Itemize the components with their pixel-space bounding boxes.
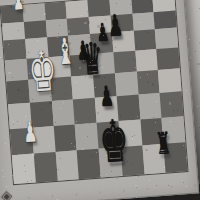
square-b5 [26, 57, 49, 80]
square-d4 [71, 75, 94, 100]
square-g1 [142, 144, 166, 174]
square-f1 [120, 146, 144, 176]
square-c6 [47, 36, 70, 57]
square-g7 [132, 12, 155, 32]
square-e3 [95, 96, 119, 122]
square-h1 [164, 143, 188, 173]
square-h7 [154, 10, 177, 30]
square-b4 [28, 78, 51, 103]
square-f3 [116, 95, 140, 121]
square-f5 [113, 50, 136, 73]
square-a2 [10, 127, 34, 155]
board-grid [1, 0, 188, 184]
square-b8 [22, 3, 45, 21]
square-d6 [68, 34, 91, 55]
square-e1 [99, 148, 123, 178]
square-e5 [91, 52, 114, 75]
square-g5 [135, 49, 158, 72]
square-g4 [136, 70, 159, 95]
square-h5 [157, 47, 180, 70]
square-b3 [30, 101, 54, 127]
square-e7 [89, 15, 112, 35]
square-a8 [1, 5, 24, 23]
square-d2 [75, 123, 99, 151]
square-a7 [2, 21, 25, 41]
square-d3 [73, 98, 97, 124]
square-c1 [55, 151, 79, 181]
square-c8 [44, 2, 67, 20]
square-e4 [93, 73, 116, 98]
square-e8 [87, 0, 110, 17]
square-b2 [32, 126, 56, 154]
chessboard-photo: ı··ıı·ı·ı ◈ · · · · · · · · ♟♟♝♟♟♚♛♟♟♚♜ [0, 0, 200, 200]
square-f7 [110, 13, 133, 33]
square-c3 [51, 99, 75, 125]
square-a5 [5, 59, 28, 82]
square-g2 [140, 118, 164, 146]
square-d8 [66, 0, 89, 18]
square-d1 [77, 149, 101, 179]
square-e6 [90, 33, 113, 54]
square-g3 [138, 93, 162, 119]
square-b6 [25, 38, 48, 59]
square-c7 [45, 18, 68, 38]
square-a3 [8, 103, 32, 129]
square-c5 [48, 55, 71, 78]
square-g6 [133, 30, 156, 51]
square-h4 [158, 68, 181, 93]
square-h2 [162, 116, 186, 144]
square-d5 [70, 54, 93, 77]
square-e2 [97, 121, 121, 149]
square-b7 [24, 20, 47, 40]
square-h6 [155, 28, 178, 49]
square-d7 [67, 17, 90, 37]
square-a6 [3, 39, 26, 60]
square-a4 [6, 80, 29, 105]
square-f6 [112, 31, 135, 52]
square-f4 [115, 72, 138, 97]
frame-emblem-icon: ◈ [0, 186, 13, 200]
square-h3 [160, 91, 184, 117]
square-b1 [34, 152, 58, 182]
square-a1 [12, 154, 36, 184]
square-f2 [118, 119, 142, 147]
square-c4 [50, 76, 73, 101]
chess-board: ı··ıı·ı·ı ◈ · · · · · · · · ♟♟♝♟♟♚♛♟♟♚♜ [0, 0, 199, 200]
square-c2 [53, 124, 77, 152]
